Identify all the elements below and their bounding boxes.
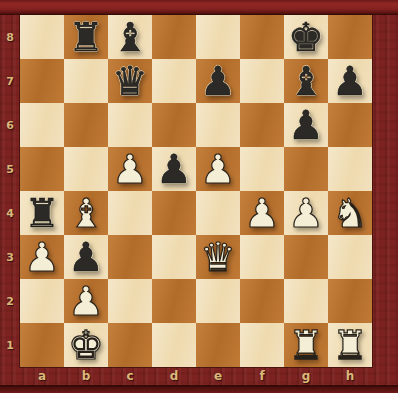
piece-white-knight[interactable]: ♞ xyxy=(328,191,372,235)
square-h1[interactable]: ♜ xyxy=(328,323,372,367)
file-label-a: a xyxy=(20,367,64,385)
piece-white-pawn[interactable]: ♟ xyxy=(108,147,152,191)
piece-black-pawn[interactable]: ♟ xyxy=(152,147,196,191)
piece-black-pawn[interactable]: ♟ xyxy=(64,235,108,279)
square-a1[interactable] xyxy=(20,323,64,367)
file-label-f: f xyxy=(240,367,284,385)
square-b7[interactable] xyxy=(64,59,108,103)
square-h3[interactable] xyxy=(328,235,372,279)
square-a8[interactable] xyxy=(20,15,64,59)
square-f3[interactable] xyxy=(240,235,284,279)
square-g1[interactable]: ♜ xyxy=(284,323,328,367)
rank-label-7: 7 xyxy=(0,59,20,103)
square-d2[interactable] xyxy=(152,279,196,323)
square-e8[interactable] xyxy=(196,15,240,59)
square-d6[interactable] xyxy=(152,103,196,147)
square-c7[interactable]: ♛ xyxy=(108,59,152,103)
square-c2[interactable] xyxy=(108,279,152,323)
piece-white-pawn[interactable]: ♟ xyxy=(64,279,108,323)
square-f1[interactable] xyxy=(240,323,284,367)
square-c1[interactable] xyxy=(108,323,152,367)
chess-board: ♜♝♚♛♟♝♟♟♟♟♟♜♝♟♟♞♟♟♛♟♚♜♜ xyxy=(20,15,372,367)
frame-top-band xyxy=(0,0,398,15)
square-a4[interactable]: ♜ xyxy=(20,191,64,235)
piece-white-pawn[interactable]: ♟ xyxy=(284,191,328,235)
rank-label-6: 6 xyxy=(0,103,20,147)
square-b8[interactable]: ♜ xyxy=(64,15,108,59)
square-h7[interactable]: ♟ xyxy=(328,59,372,103)
rank-label-5: 5 xyxy=(0,147,20,191)
square-e6[interactable] xyxy=(196,103,240,147)
rank-label-8: 8 xyxy=(0,15,20,59)
piece-black-pawn[interactable]: ♟ xyxy=(328,59,372,103)
square-b1[interactable]: ♚ xyxy=(64,323,108,367)
square-c4[interactable] xyxy=(108,191,152,235)
frame-outer-strip xyxy=(0,385,398,393)
square-f4[interactable]: ♟ xyxy=(240,191,284,235)
square-f7[interactable] xyxy=(240,59,284,103)
file-label-c: c xyxy=(108,367,152,385)
piece-black-pawn[interactable]: ♟ xyxy=(284,103,328,147)
square-e7[interactable]: ♟ xyxy=(196,59,240,103)
square-f2[interactable] xyxy=(240,279,284,323)
square-a7[interactable] xyxy=(20,59,64,103)
square-f8[interactable] xyxy=(240,15,284,59)
square-b5[interactable] xyxy=(64,147,108,191)
rank-label-4: 4 xyxy=(0,191,20,235)
piece-black-rook[interactable]: ♜ xyxy=(20,191,64,235)
square-c8[interactable]: ♝ xyxy=(108,15,152,59)
piece-white-pawn[interactable]: ♟ xyxy=(20,235,64,279)
square-c5[interactable]: ♟ xyxy=(108,147,152,191)
board-bottom-section: abcdefgh xyxy=(0,367,398,385)
square-c3[interactable] xyxy=(108,235,152,279)
piece-white-rook[interactable]: ♜ xyxy=(328,323,372,367)
square-b4[interactable]: ♝ xyxy=(64,191,108,235)
square-e5[interactable]: ♟ xyxy=(196,147,240,191)
square-h8[interactable] xyxy=(328,15,372,59)
file-label-h: h xyxy=(328,367,372,385)
frame-right-spacer xyxy=(372,15,398,367)
piece-black-bishop[interactable]: ♝ xyxy=(284,59,328,103)
rank-label-2: 2 xyxy=(0,279,20,323)
square-e1[interactable] xyxy=(196,323,240,367)
square-h2[interactable] xyxy=(328,279,372,323)
rank-label-1: 1 xyxy=(0,323,20,367)
square-g8[interactable]: ♚ xyxy=(284,15,328,59)
square-f6[interactable] xyxy=(240,103,284,147)
piece-black-bishop[interactable]: ♝ xyxy=(108,15,152,59)
piece-black-queen[interactable]: ♛ xyxy=(108,59,152,103)
square-h6[interactable] xyxy=(328,103,372,147)
square-d5[interactable]: ♟ xyxy=(152,147,196,191)
square-a2[interactable] xyxy=(20,279,64,323)
square-b2[interactable]: ♟ xyxy=(64,279,108,323)
piece-white-king[interactable]: ♚ xyxy=(64,323,108,367)
file-label-d: d xyxy=(152,367,196,385)
square-b3[interactable]: ♟ xyxy=(64,235,108,279)
piece-black-king[interactable]: ♚ xyxy=(284,15,328,59)
square-g6[interactable]: ♟ xyxy=(284,103,328,147)
square-e3[interactable]: ♛ xyxy=(196,235,240,279)
square-h5[interactable] xyxy=(328,147,372,191)
file-label-e: e xyxy=(196,367,240,385)
file-labels-row: abcdefgh xyxy=(20,367,372,385)
square-d7[interactable] xyxy=(152,59,196,103)
square-g4[interactable]: ♟ xyxy=(284,191,328,235)
square-a6[interactable] xyxy=(20,103,64,147)
square-g5[interactable] xyxy=(284,147,328,191)
square-g7[interactable]: ♝ xyxy=(284,59,328,103)
piece-white-bishop[interactable]: ♝ xyxy=(64,191,108,235)
piece-white-queen[interactable]: ♛ xyxy=(196,235,240,279)
file-label-b: b xyxy=(64,367,108,385)
square-a5[interactable] xyxy=(20,147,64,191)
piece-white-rook[interactable]: ♜ xyxy=(284,323,328,367)
square-d3[interactable] xyxy=(152,235,196,279)
frame-bottom-left-corner xyxy=(0,367,20,385)
square-h4[interactable]: ♞ xyxy=(328,191,372,235)
square-c6[interactable] xyxy=(108,103,152,147)
square-g2[interactable] xyxy=(284,279,328,323)
square-d1[interactable] xyxy=(152,323,196,367)
square-d8[interactable] xyxy=(152,15,196,59)
chess-board-window: 87654321 ♜♝♚♛♟♝♟♟♟♟♟♜♝♟♟♞♟♟♛♟♚♜♜ abcdefg… xyxy=(0,0,398,393)
square-e2[interactable] xyxy=(196,279,240,323)
square-f5[interactable] xyxy=(240,147,284,191)
piece-black-rook[interactable]: ♜ xyxy=(64,15,108,59)
square-a3[interactable]: ♟ xyxy=(20,235,64,279)
square-g3[interactable] xyxy=(284,235,328,279)
square-e4[interactable] xyxy=(196,191,240,235)
square-b6[interactable] xyxy=(64,103,108,147)
piece-black-pawn[interactable]: ♟ xyxy=(196,59,240,103)
piece-white-pawn[interactable]: ♟ xyxy=(196,147,240,191)
board-middle-section: 87654321 ♜♝♚♛♟♝♟♟♟♟♟♜♝♟♟♞♟♟♛♟♚♜♜ xyxy=(0,15,398,367)
piece-white-pawn[interactable]: ♟ xyxy=(240,191,284,235)
rank-label-3: 3 xyxy=(0,235,20,279)
square-d4[interactable] xyxy=(152,191,196,235)
rank-labels-column: 87654321 xyxy=(0,15,20,367)
file-label-g: g xyxy=(284,367,328,385)
